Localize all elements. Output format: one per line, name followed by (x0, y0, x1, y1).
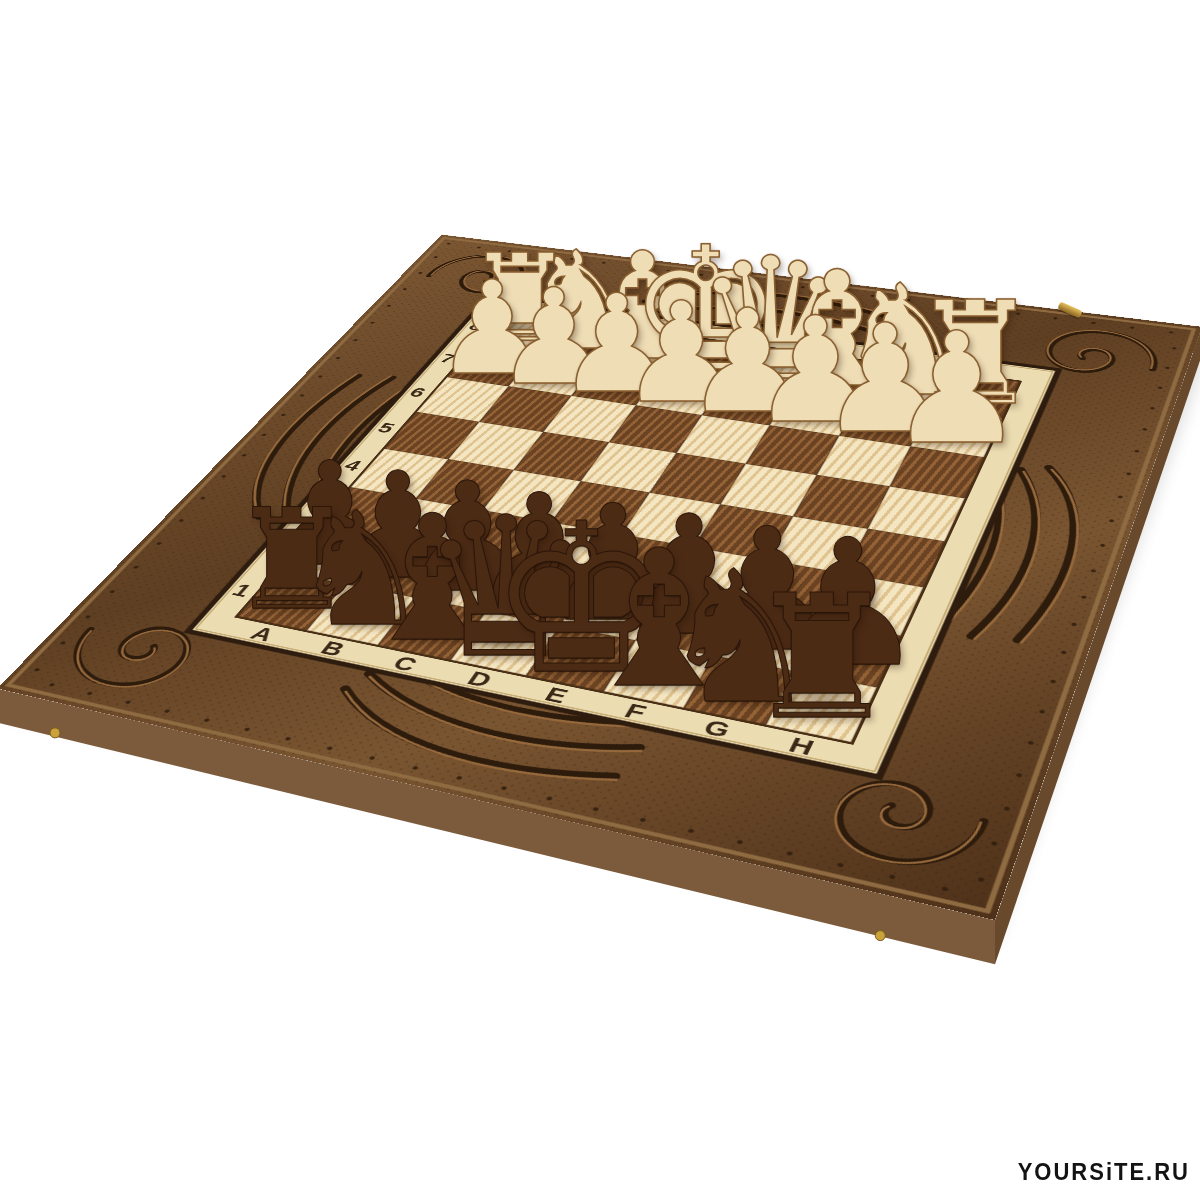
brass-pin-icon (875, 931, 885, 941)
brass-pin-icon (50, 728, 60, 738)
carved-chess-set-photo: ABCDEFGH12345678 ♜♞♝♚♛♝♞♜♟♟♟♟♟♟♟♟♟♟♟♟♟♟♟… (0, 0, 1200, 1200)
watermark: YOURSiTE.RU (1018, 1159, 1190, 1186)
